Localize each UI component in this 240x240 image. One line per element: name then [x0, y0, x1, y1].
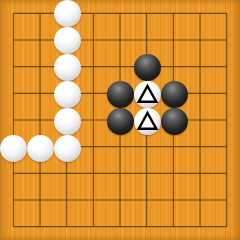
intersection-f6[interactable] [134, 81, 161, 108]
intersection-g9[interactable] [161, 0, 188, 27]
intersection-a9[interactable] [0, 0, 27, 27]
intersection-d4[interactable] [81, 135, 107, 162]
intersection-c5[interactable] [54, 108, 81, 135]
intersection-g5[interactable] [161, 108, 188, 135]
intersection-b2[interactable] [27, 188, 54, 214]
intersection-h7[interactable] [188, 54, 214, 81]
intersection-e3[interactable] [107, 162, 134, 188]
intersection-d2[interactable] [81, 188, 107, 214]
intersection-e8[interactable] [107, 27, 134, 54]
white-stone [54, 54, 81, 81]
intersection-h3[interactable] [188, 162, 214, 188]
intersection-b1[interactable] [27, 214, 54, 240]
intersection-f2[interactable] [134, 188, 161, 214]
intersection-e5[interactable] [107, 108, 134, 135]
intersection-e6[interactable] [107, 81, 134, 108]
intersection-g4[interactable] [161, 135, 188, 162]
intersection-f3[interactable] [134, 162, 161, 188]
intersection-e7[interactable] [107, 54, 134, 81]
white-stone [0, 135, 27, 162]
intersection-e9[interactable] [107, 0, 134, 27]
intersection-h2[interactable] [188, 188, 214, 214]
intersection-b5[interactable] [27, 108, 54, 135]
intersection-g7[interactable] [161, 54, 188, 81]
intersection-j9[interactable] [214, 0, 240, 27]
intersection-h8[interactable] [188, 27, 214, 54]
intersection-d1[interactable] [81, 214, 107, 240]
intersection-a5[interactable] [0, 108, 27, 135]
black-stone [161, 81, 188, 108]
intersection-e2[interactable] [107, 188, 134, 214]
intersection-a1[interactable] [0, 214, 27, 240]
intersection-h1[interactable] [188, 214, 214, 240]
intersection-d7[interactable] [81, 54, 107, 81]
triangle-marker-icon [134, 108, 161, 135]
intersection-b3[interactable] [27, 162, 54, 188]
go-board [0, 0, 240, 240]
intersection-a2[interactable] [0, 188, 27, 214]
intersection-c7[interactable] [54, 54, 81, 81]
intersection-a8[interactable] [0, 27, 27, 54]
black-stone [134, 54, 161, 81]
intersection-j1[interactable] [214, 214, 240, 240]
intersection-f9[interactable] [134, 0, 161, 27]
black-stone [107, 81, 134, 108]
intersection-f4[interactable] [134, 135, 161, 162]
intersection-c2[interactable] [54, 188, 81, 214]
intersection-d6[interactable] [81, 81, 107, 108]
triangle-marker-icon [134, 81, 161, 108]
white-stone [134, 108, 161, 135]
intersection-g3[interactable] [161, 162, 188, 188]
intersection-b6[interactable] [27, 81, 54, 108]
intersection-h5[interactable] [188, 108, 214, 135]
intersection-d5[interactable] [81, 108, 107, 135]
intersection-c8[interactable] [54, 27, 81, 54]
intersection-j8[interactable] [214, 27, 240, 54]
intersection-f5[interactable] [134, 108, 161, 135]
intersection-d3[interactable] [81, 162, 107, 188]
black-stone [107, 108, 134, 135]
intersection-c9[interactable] [54, 0, 81, 27]
intersection-j7[interactable] [214, 54, 240, 81]
intersection-c6[interactable] [54, 81, 81, 108]
white-stone [54, 27, 81, 54]
intersection-j2[interactable] [214, 188, 240, 214]
intersection-b9[interactable] [27, 0, 54, 27]
intersection-b8[interactable] [27, 27, 54, 54]
white-stone [54, 0, 81, 27]
intersection-a7[interactable] [0, 54, 27, 81]
intersection-g6[interactable] [161, 81, 188, 108]
intersection-h4[interactable] [188, 135, 214, 162]
intersection-g2[interactable] [161, 188, 188, 214]
intersection-f7[interactable] [134, 54, 161, 81]
intersection-c1[interactable] [54, 214, 81, 240]
intersection-g8[interactable] [161, 27, 188, 54]
intersection-b7[interactable] [27, 54, 54, 81]
intersection-a4[interactable] [0, 135, 27, 162]
white-stone [27, 135, 54, 162]
intersection-e4[interactable] [107, 135, 134, 162]
intersection-g1[interactable] [161, 214, 188, 240]
white-stone [54, 108, 81, 135]
black-stone [161, 108, 188, 135]
intersection-e1[interactable] [107, 214, 134, 240]
intersection-d9[interactable] [81, 0, 107, 27]
intersection-h9[interactable] [188, 0, 214, 27]
intersection-j3[interactable] [214, 162, 240, 188]
white-stone [54, 81, 81, 108]
intersection-f1[interactable] [134, 214, 161, 240]
intersection-f8[interactable] [134, 27, 161, 54]
intersection-a6[interactable] [0, 81, 27, 108]
intersection-d8[interactable] [81, 27, 107, 54]
intersection-c3[interactable] [54, 162, 81, 188]
white-stone [134, 81, 161, 108]
intersection-c4[interactable] [54, 135, 81, 162]
intersection-j6[interactable] [214, 81, 240, 108]
white-stone [54, 135, 81, 162]
intersection-h6[interactable] [188, 81, 214, 108]
intersection-a3[interactable] [0, 162, 27, 188]
intersection-b4[interactable] [27, 135, 54, 162]
go-board-grid [0, 0, 240, 240]
intersection-j5[interactable] [214, 108, 240, 135]
intersection-j4[interactable] [214, 135, 240, 162]
